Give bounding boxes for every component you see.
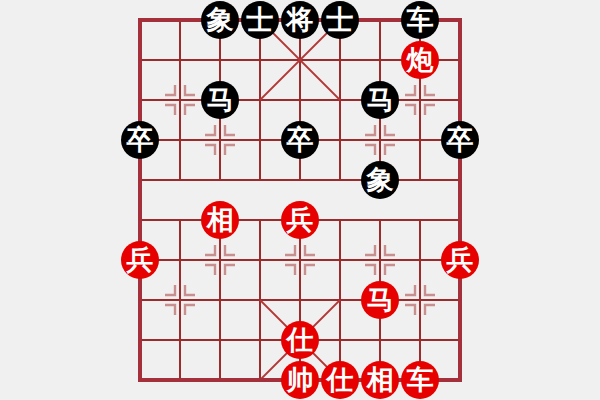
piece-red-chariot[interactable]: 车	[401, 361, 439, 399]
piece-black-horse[interactable]: 马	[201, 81, 239, 119]
pieces-layer[interactable]: 象士将士车炮马马卒卒卒象相兵兵兵马仕帅仕相车	[120, 0, 480, 400]
xiangqi-board: 象士将士车炮马马卒卒卒象相兵兵兵马仕帅仕相车	[0, 0, 600, 400]
piece-red-advisor[interactable]: 仕	[281, 321, 319, 359]
piece-red-advisor[interactable]: 仕	[321, 361, 359, 399]
piece-black-chariot[interactable]: 车	[401, 1, 439, 39]
piece-black-horse[interactable]: 马	[361, 81, 399, 119]
piece-red-pawn[interactable]: 兵	[121, 241, 159, 279]
piece-black-elephant[interactable]: 象	[201, 1, 239, 39]
piece-black-pawn[interactable]: 卒	[441, 121, 479, 159]
piece-black-advisor[interactable]: 士	[321, 1, 359, 39]
piece-red-general[interactable]: 帅	[281, 361, 319, 399]
piece-red-pawn[interactable]: 兵	[281, 201, 319, 239]
piece-red-pawn[interactable]: 兵	[441, 241, 479, 279]
piece-black-advisor[interactable]: 士	[241, 1, 279, 39]
piece-black-general[interactable]: 将	[281, 1, 319, 39]
piece-black-elephant[interactable]: 象	[361, 161, 399, 199]
piece-black-pawn[interactable]: 卒	[281, 121, 319, 159]
piece-black-pawn[interactable]: 卒	[121, 121, 159, 159]
piece-red-elephant[interactable]: 相	[201, 201, 239, 239]
piece-red-elephant[interactable]: 相	[361, 361, 399, 399]
piece-red-cannon[interactable]: 炮	[401, 41, 439, 79]
piece-red-horse[interactable]: 马	[361, 281, 399, 319]
